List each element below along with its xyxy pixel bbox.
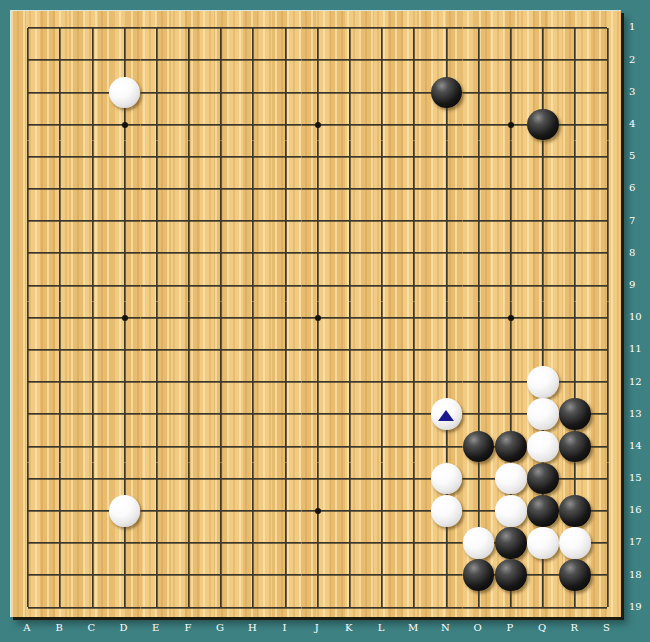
intersection-L3[interactable] <box>366 76 398 108</box>
intersection-G18[interactable] <box>205 559 237 591</box>
intersection-K4[interactable] <box>334 108 366 140</box>
intersection-S12[interactable] <box>591 366 623 398</box>
intersection-C17[interactable] <box>76 527 108 559</box>
intersection-M14[interactable] <box>398 430 430 462</box>
intersection-B5[interactable] <box>44 141 76 173</box>
intersection-C15[interactable] <box>76 463 108 495</box>
intersection-J2[interactable] <box>302 44 334 76</box>
intersection-R4[interactable] <box>559 108 591 140</box>
intersection-H18[interactable] <box>237 559 269 591</box>
intersection-B11[interactable] <box>44 334 76 366</box>
intersection-L6[interactable] <box>366 173 398 205</box>
intersection-M10[interactable] <box>398 302 430 334</box>
intersection-R1[interactable] <box>559 12 591 44</box>
intersection-M2[interactable] <box>398 44 430 76</box>
intersection-K1[interactable] <box>334 12 366 44</box>
intersection-R8[interactable] <box>559 237 591 269</box>
intersection-G6[interactable] <box>205 173 237 205</box>
intersection-C1[interactable] <box>76 12 108 44</box>
intersection-M8[interactable] <box>398 237 430 269</box>
intersection-K5[interactable] <box>334 141 366 173</box>
intersection-I9[interactable] <box>269 269 301 301</box>
intersection-J7[interactable] <box>302 205 334 237</box>
intersection-R19[interactable] <box>559 591 591 623</box>
intersection-L5[interactable] <box>366 141 398 173</box>
intersection-H4[interactable] <box>237 108 269 140</box>
intersection-A3[interactable] <box>12 76 44 108</box>
intersection-F13[interactable] <box>173 398 205 430</box>
intersection-J12[interactable] <box>302 366 334 398</box>
intersection-K6[interactable] <box>334 173 366 205</box>
intersection-A9[interactable] <box>12 269 44 301</box>
intersection-P10[interactable] <box>495 302 527 334</box>
intersection-B19[interactable] <box>44 591 76 623</box>
intersection-J8[interactable] <box>302 237 334 269</box>
intersection-P19[interactable] <box>495 591 527 623</box>
intersection-D10[interactable] <box>108 302 140 334</box>
intersection-K11[interactable] <box>334 334 366 366</box>
intersection-S10[interactable] <box>591 302 623 334</box>
intersection-A8[interactable] <box>12 237 44 269</box>
intersection-R15[interactable] <box>559 463 591 495</box>
intersection-E14[interactable] <box>141 430 173 462</box>
intersection-B13[interactable] <box>44 398 76 430</box>
intersection-J13[interactable] <box>302 398 334 430</box>
intersection-P4[interactable] <box>495 108 527 140</box>
intersection-B1[interactable] <box>44 12 76 44</box>
intersection-P12[interactable] <box>495 366 527 398</box>
intersection-K16[interactable] <box>334 495 366 527</box>
intersection-Q16[interactable] <box>527 495 559 527</box>
intersection-R7[interactable] <box>559 205 591 237</box>
intersection-M11[interactable] <box>398 334 430 366</box>
intersection-M7[interactable] <box>398 205 430 237</box>
intersection-E4[interactable] <box>141 108 173 140</box>
intersection-S17[interactable] <box>591 527 623 559</box>
intersection-C6[interactable] <box>76 173 108 205</box>
intersection-L10[interactable] <box>366 302 398 334</box>
intersection-B8[interactable] <box>44 237 76 269</box>
intersection-J14[interactable] <box>302 430 334 462</box>
intersection-K8[interactable] <box>334 237 366 269</box>
intersection-O16[interactable] <box>463 495 495 527</box>
intersection-P8[interactable] <box>495 237 527 269</box>
intersection-I18[interactable] <box>269 559 301 591</box>
intersection-B14[interactable] <box>44 430 76 462</box>
intersection-P3[interactable] <box>495 76 527 108</box>
intersection-B12[interactable] <box>44 366 76 398</box>
intersection-E5[interactable] <box>141 141 173 173</box>
intersection-P5[interactable] <box>495 141 527 173</box>
intersection-O17[interactable] <box>463 527 495 559</box>
intersection-I6[interactable] <box>269 173 301 205</box>
intersection-F5[interactable] <box>173 141 205 173</box>
intersection-M4[interactable] <box>398 108 430 140</box>
intersection-O3[interactable] <box>463 76 495 108</box>
intersection-N6[interactable] <box>430 173 462 205</box>
intersection-L2[interactable] <box>366 44 398 76</box>
intersection-G3[interactable] <box>205 76 237 108</box>
intersection-F17[interactable] <box>173 527 205 559</box>
intersection-J5[interactable] <box>302 141 334 173</box>
intersection-O6[interactable] <box>463 173 495 205</box>
intersection-A6[interactable] <box>12 173 44 205</box>
intersection-O4[interactable] <box>463 108 495 140</box>
intersection-O11[interactable] <box>463 334 495 366</box>
intersection-L1[interactable] <box>366 12 398 44</box>
intersection-E13[interactable] <box>141 398 173 430</box>
intersection-P9[interactable] <box>495 269 527 301</box>
intersection-G12[interactable] <box>205 366 237 398</box>
intersection-N11[interactable] <box>430 334 462 366</box>
intersection-M17[interactable] <box>398 527 430 559</box>
intersection-G8[interactable] <box>205 237 237 269</box>
intersection-J10[interactable] <box>302 302 334 334</box>
intersection-M5[interactable] <box>398 141 430 173</box>
intersection-L15[interactable] <box>366 463 398 495</box>
intersection-H1[interactable] <box>237 12 269 44</box>
intersection-F14[interactable] <box>173 430 205 462</box>
intersection-J16[interactable] <box>302 495 334 527</box>
intersection-S1[interactable] <box>591 12 623 44</box>
intersection-I11[interactable] <box>269 334 301 366</box>
intersection-O1[interactable] <box>463 12 495 44</box>
intersection-B6[interactable] <box>44 173 76 205</box>
intersection-J17[interactable] <box>302 527 334 559</box>
intersection-C16[interactable] <box>76 495 108 527</box>
intersection-D18[interactable] <box>108 559 140 591</box>
intersection-B2[interactable] <box>44 44 76 76</box>
intersection-F4[interactable] <box>173 108 205 140</box>
intersection-I7[interactable] <box>269 205 301 237</box>
intersection-N12[interactable] <box>430 366 462 398</box>
intersection-A13[interactable] <box>12 398 44 430</box>
intersection-H10[interactable] <box>237 302 269 334</box>
intersection-H11[interactable] <box>237 334 269 366</box>
intersection-I8[interactable] <box>269 237 301 269</box>
intersection-C12[interactable] <box>76 366 108 398</box>
intersection-I2[interactable] <box>269 44 301 76</box>
intersection-M6[interactable] <box>398 173 430 205</box>
intersection-O15[interactable] <box>463 463 495 495</box>
intersection-H8[interactable] <box>237 237 269 269</box>
intersection-S11[interactable] <box>591 334 623 366</box>
intersection-O10[interactable] <box>463 302 495 334</box>
intersection-I19[interactable] <box>269 591 301 623</box>
intersection-D8[interactable] <box>108 237 140 269</box>
intersection-H15[interactable] <box>237 463 269 495</box>
intersection-K10[interactable] <box>334 302 366 334</box>
intersection-F8[interactable] <box>173 237 205 269</box>
intersection-S3[interactable] <box>591 76 623 108</box>
intersection-K15[interactable] <box>334 463 366 495</box>
intersection-Q6[interactable] <box>527 173 559 205</box>
intersection-G10[interactable] <box>205 302 237 334</box>
intersection-E17[interactable] <box>141 527 173 559</box>
intersection-P18[interactable] <box>495 559 527 591</box>
intersection-L18[interactable] <box>366 559 398 591</box>
intersection-D12[interactable] <box>108 366 140 398</box>
intersection-G2[interactable] <box>205 44 237 76</box>
intersection-J18[interactable] <box>302 559 334 591</box>
intersection-A7[interactable] <box>12 205 44 237</box>
intersection-G7[interactable] <box>205 205 237 237</box>
intersection-P15[interactable] <box>495 463 527 495</box>
intersection-Q1[interactable] <box>527 12 559 44</box>
intersection-H13[interactable] <box>237 398 269 430</box>
intersection-M18[interactable] <box>398 559 430 591</box>
intersection-P1[interactable] <box>495 12 527 44</box>
intersection-F7[interactable] <box>173 205 205 237</box>
intersection-N18[interactable] <box>430 559 462 591</box>
intersection-C11[interactable] <box>76 334 108 366</box>
intersection-F11[interactable] <box>173 334 205 366</box>
intersection-C3[interactable] <box>76 76 108 108</box>
intersection-Q2[interactable] <box>527 44 559 76</box>
intersection-N5[interactable] <box>430 141 462 173</box>
intersection-S14[interactable] <box>591 430 623 462</box>
intersection-I5[interactable] <box>269 141 301 173</box>
intersection-J4[interactable] <box>302 108 334 140</box>
intersection-D19[interactable] <box>108 591 140 623</box>
intersection-N13[interactable] <box>430 398 462 430</box>
intersection-E11[interactable] <box>141 334 173 366</box>
intersection-C4[interactable] <box>76 108 108 140</box>
intersection-L13[interactable] <box>366 398 398 430</box>
intersection-C19[interactable] <box>76 591 108 623</box>
intersection-G13[interactable] <box>205 398 237 430</box>
intersection-P7[interactable] <box>495 205 527 237</box>
intersection-D11[interactable] <box>108 334 140 366</box>
intersection-F16[interactable] <box>173 495 205 527</box>
intersection-K14[interactable] <box>334 430 366 462</box>
intersection-J1[interactable] <box>302 12 334 44</box>
intersection-R6[interactable] <box>559 173 591 205</box>
intersection-B15[interactable] <box>44 463 76 495</box>
intersection-R12[interactable] <box>559 366 591 398</box>
intersection-F3[interactable] <box>173 76 205 108</box>
intersection-S8[interactable] <box>591 237 623 269</box>
intersection-R18[interactable] <box>559 559 591 591</box>
intersection-O14[interactable] <box>463 430 495 462</box>
intersection-R14[interactable] <box>559 430 591 462</box>
intersection-O18[interactable] <box>463 559 495 591</box>
intersection-D6[interactable] <box>108 173 140 205</box>
intersection-O12[interactable] <box>463 366 495 398</box>
intersection-Q3[interactable] <box>527 76 559 108</box>
intersection-Q5[interactable] <box>527 141 559 173</box>
intersection-R9[interactable] <box>559 269 591 301</box>
intersection-N17[interactable] <box>430 527 462 559</box>
intersection-Q19[interactable] <box>527 591 559 623</box>
intersection-F10[interactable] <box>173 302 205 334</box>
intersection-C2[interactable] <box>76 44 108 76</box>
intersection-I15[interactable] <box>269 463 301 495</box>
intersection-S18[interactable] <box>591 559 623 591</box>
intersection-D7[interactable] <box>108 205 140 237</box>
intersection-G17[interactable] <box>205 527 237 559</box>
intersection-Q12[interactable] <box>527 366 559 398</box>
intersection-B9[interactable] <box>44 269 76 301</box>
intersection-P13[interactable] <box>495 398 527 430</box>
intersection-B18[interactable] <box>44 559 76 591</box>
intersection-K2[interactable] <box>334 44 366 76</box>
intersection-R2[interactable] <box>559 44 591 76</box>
intersection-K13[interactable] <box>334 398 366 430</box>
intersection-H9[interactable] <box>237 269 269 301</box>
intersection-C10[interactable] <box>76 302 108 334</box>
intersection-M12[interactable] <box>398 366 430 398</box>
intersection-P6[interactable] <box>495 173 527 205</box>
intersection-O7[interactable] <box>463 205 495 237</box>
intersection-C7[interactable] <box>76 205 108 237</box>
intersection-A14[interactable] <box>12 430 44 462</box>
intersection-A12[interactable] <box>12 366 44 398</box>
intersection-D16[interactable] <box>108 495 140 527</box>
intersection-N1[interactable] <box>430 12 462 44</box>
intersection-H3[interactable] <box>237 76 269 108</box>
intersection-D2[interactable] <box>108 44 140 76</box>
intersection-I10[interactable] <box>269 302 301 334</box>
intersection-D14[interactable] <box>108 430 140 462</box>
intersection-C9[interactable] <box>76 269 108 301</box>
intersection-E8[interactable] <box>141 237 173 269</box>
intersection-Q17[interactable] <box>527 527 559 559</box>
intersection-D9[interactable] <box>108 269 140 301</box>
intersection-A16[interactable] <box>12 495 44 527</box>
intersection-E3[interactable] <box>141 76 173 108</box>
intersection-N19[interactable] <box>430 591 462 623</box>
intersection-H19[interactable] <box>237 591 269 623</box>
intersection-F12[interactable] <box>173 366 205 398</box>
intersection-J19[interactable] <box>302 591 334 623</box>
intersection-Q8[interactable] <box>527 237 559 269</box>
intersection-G11[interactable] <box>205 334 237 366</box>
intersection-I13[interactable] <box>269 398 301 430</box>
intersection-R10[interactable] <box>559 302 591 334</box>
intersection-Q15[interactable] <box>527 463 559 495</box>
intersection-J11[interactable] <box>302 334 334 366</box>
intersection-O19[interactable] <box>463 591 495 623</box>
intersection-A10[interactable] <box>12 302 44 334</box>
intersection-O8[interactable] <box>463 237 495 269</box>
intersection-P2[interactable] <box>495 44 527 76</box>
intersection-E9[interactable] <box>141 269 173 301</box>
intersection-E7[interactable] <box>141 205 173 237</box>
intersection-B4[interactable] <box>44 108 76 140</box>
intersection-D4[interactable] <box>108 108 140 140</box>
intersection-H6[interactable] <box>237 173 269 205</box>
intersection-K12[interactable] <box>334 366 366 398</box>
intersection-L16[interactable] <box>366 495 398 527</box>
intersection-N2[interactable] <box>430 44 462 76</box>
intersection-N7[interactable] <box>430 205 462 237</box>
intersection-F9[interactable] <box>173 269 205 301</box>
intersection-H14[interactable] <box>237 430 269 462</box>
intersection-I14[interactable] <box>269 430 301 462</box>
intersection-J15[interactable] <box>302 463 334 495</box>
intersection-S9[interactable] <box>591 269 623 301</box>
intersection-M13[interactable] <box>398 398 430 430</box>
intersection-H16[interactable] <box>237 495 269 527</box>
intersection-H2[interactable] <box>237 44 269 76</box>
intersection-D13[interactable] <box>108 398 140 430</box>
intersection-N10[interactable] <box>430 302 462 334</box>
intersection-K19[interactable] <box>334 591 366 623</box>
intersection-S6[interactable] <box>591 173 623 205</box>
intersection-J6[interactable] <box>302 173 334 205</box>
intersection-G4[interactable] <box>205 108 237 140</box>
intersection-C5[interactable] <box>76 141 108 173</box>
intersection-Q9[interactable] <box>527 269 559 301</box>
intersection-G9[interactable] <box>205 269 237 301</box>
intersection-N3[interactable] <box>430 76 462 108</box>
intersection-L9[interactable] <box>366 269 398 301</box>
intersection-Q11[interactable] <box>527 334 559 366</box>
intersection-H5[interactable] <box>237 141 269 173</box>
intersection-G1[interactable] <box>205 12 237 44</box>
intersection-B16[interactable] <box>44 495 76 527</box>
intersection-R16[interactable] <box>559 495 591 527</box>
intersection-K9[interactable] <box>334 269 366 301</box>
intersection-E15[interactable] <box>141 463 173 495</box>
intersection-B17[interactable] <box>44 527 76 559</box>
intersection-S15[interactable] <box>591 463 623 495</box>
intersection-E12[interactable] <box>141 366 173 398</box>
intersection-H12[interactable] <box>237 366 269 398</box>
intersection-B3[interactable] <box>44 76 76 108</box>
intersection-M15[interactable] <box>398 463 430 495</box>
intersection-G16[interactable] <box>205 495 237 527</box>
intersection-E6[interactable] <box>141 173 173 205</box>
intersection-S4[interactable] <box>591 108 623 140</box>
intersection-L17[interactable] <box>366 527 398 559</box>
intersection-K18[interactable] <box>334 559 366 591</box>
intersection-D1[interactable] <box>108 12 140 44</box>
intersection-O2[interactable] <box>463 44 495 76</box>
intersection-R5[interactable] <box>559 141 591 173</box>
intersection-R3[interactable] <box>559 76 591 108</box>
intersection-F2[interactable] <box>173 44 205 76</box>
intersection-L8[interactable] <box>366 237 398 269</box>
intersection-M19[interactable] <box>398 591 430 623</box>
intersection-S2[interactable] <box>591 44 623 76</box>
intersection-A15[interactable] <box>12 463 44 495</box>
intersection-N9[interactable] <box>430 269 462 301</box>
intersection-I16[interactable] <box>269 495 301 527</box>
intersection-I4[interactable] <box>269 108 301 140</box>
intersection-F18[interactable] <box>173 559 205 591</box>
intersection-N15[interactable] <box>430 463 462 495</box>
intersection-S7[interactable] <box>591 205 623 237</box>
intersection-E16[interactable] <box>141 495 173 527</box>
intersection-Q10[interactable] <box>527 302 559 334</box>
intersection-H17[interactable] <box>237 527 269 559</box>
intersection-A18[interactable] <box>12 559 44 591</box>
intersection-P16[interactable] <box>495 495 527 527</box>
intersection-O13[interactable] <box>463 398 495 430</box>
intersection-L19[interactable] <box>366 591 398 623</box>
intersection-M1[interactable] <box>398 12 430 44</box>
intersection-G5[interactable] <box>205 141 237 173</box>
intersection-L11[interactable] <box>366 334 398 366</box>
intersection-J9[interactable] <box>302 269 334 301</box>
intersection-C14[interactable] <box>76 430 108 462</box>
intersection-C13[interactable] <box>76 398 108 430</box>
intersection-N14[interactable] <box>430 430 462 462</box>
intersection-F15[interactable] <box>173 463 205 495</box>
intersection-F6[interactable] <box>173 173 205 205</box>
